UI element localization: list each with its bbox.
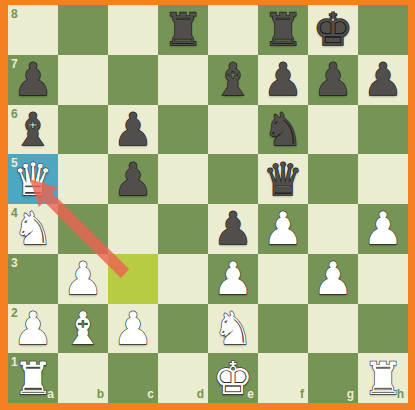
- square-b7[interactable]: [58, 55, 108, 105]
- square-h5[interactable]: [358, 154, 408, 204]
- square-d3[interactable]: [158, 254, 208, 304]
- black-king-g8[interactable]: ♚: [308, 5, 358, 55]
- black-pawn-c5[interactable]: ♟: [108, 154, 158, 204]
- square-h4[interactable]: ♟: [358, 204, 408, 254]
- square-f6[interactable]: ♞: [258, 105, 308, 155]
- black-pawn-h7[interactable]: ♟: [358, 55, 408, 105]
- white-pawn-a2[interactable]: ♟: [8, 304, 58, 354]
- square-f7[interactable]: ♟: [258, 55, 308, 105]
- white-pawn-g3[interactable]: ♟: [308, 254, 358, 304]
- black-pawn-f7[interactable]: ♟: [258, 55, 308, 105]
- square-c8[interactable]: [108, 5, 158, 55]
- square-c3-yellow-green-highlight[interactable]: [108, 254, 158, 304]
- black-knight-f6[interactable]: ♞: [258, 105, 308, 155]
- white-queen-a5[interactable]: ♛: [8, 154, 58, 204]
- square-c6[interactable]: ♟: [108, 105, 158, 155]
- square-e3[interactable]: ♟: [208, 254, 258, 304]
- square-g8[interactable]: ♚: [308, 5, 358, 55]
- square-g6[interactable]: [308, 105, 358, 155]
- square-c7[interactable]: [108, 55, 158, 105]
- square-h8[interactable]: [358, 5, 408, 55]
- square-b2[interactable]: ♝: [58, 304, 108, 354]
- square-e7[interactable]: ♝: [208, 55, 258, 105]
- white-pawn-h4[interactable]: ♟: [358, 204, 408, 254]
- white-pawn-b3[interactable]: ♟: [58, 254, 108, 304]
- square-g4[interactable]: [308, 204, 358, 254]
- white-bishop-b2[interactable]: ♝: [58, 304, 108, 354]
- square-g7[interactable]: ♟: [308, 55, 358, 105]
- file-label-f: f: [300, 388, 304, 400]
- square-a8[interactable]: 8: [8, 5, 58, 55]
- square-f5[interactable]: ♛: [258, 154, 308, 204]
- square-b8[interactable]: [58, 5, 108, 55]
- square-f8[interactable]: ♜: [258, 5, 308, 55]
- square-h6[interactable]: [358, 105, 408, 155]
- square-d1[interactable]: d: [158, 353, 208, 403]
- square-g5[interactable]: [308, 154, 358, 204]
- square-h3[interactable]: [358, 254, 408, 304]
- square-a1[interactable]: 1a♜: [8, 353, 58, 403]
- file-label-d: d: [197, 388, 204, 400]
- black-bishop-a6[interactable]: ♝: [8, 105, 58, 155]
- white-knight-e2[interactable]: ♞: [208, 304, 258, 354]
- white-king-e1[interactable]: ♚: [208, 353, 258, 403]
- square-d7[interactable]: [158, 55, 208, 105]
- square-d8[interactable]: ♜: [158, 5, 208, 55]
- board-frame: 8♜♜♚7♟♝♟♟♟6♝♟♞5♛♟♛4♞♟♟♟3♟♟♟2♟♝♟♞1a♜bcde♚…: [0, 0, 415, 410]
- square-f1[interactable]: f: [258, 353, 308, 403]
- square-a7[interactable]: 7♟: [8, 55, 58, 105]
- square-b1[interactable]: b: [58, 353, 108, 403]
- white-rook-h1[interactable]: ♜: [358, 353, 408, 403]
- black-rook-f8[interactable]: ♜: [258, 5, 308, 55]
- square-d2[interactable]: [158, 304, 208, 354]
- square-e8[interactable]: [208, 5, 258, 55]
- file-label-b: b: [97, 388, 104, 400]
- square-a4[interactable]: 4♞: [8, 204, 58, 254]
- square-c5[interactable]: ♟: [108, 154, 158, 204]
- square-a3[interactable]: 3: [8, 254, 58, 304]
- square-h1[interactable]: h♜: [358, 353, 408, 403]
- square-g3[interactable]: ♟: [308, 254, 358, 304]
- square-e1[interactable]: e♚: [208, 353, 258, 403]
- square-g1[interactable]: g: [308, 353, 358, 403]
- square-e4[interactable]: ♟: [208, 204, 258, 254]
- white-pawn-f4[interactable]: ♟: [258, 204, 308, 254]
- square-e2[interactable]: ♞: [208, 304, 258, 354]
- square-e6[interactable]: [208, 105, 258, 155]
- square-c2[interactable]: ♟: [108, 304, 158, 354]
- square-b3[interactable]: ♟: [58, 254, 108, 304]
- square-e5[interactable]: [208, 154, 258, 204]
- square-h2[interactable]: [358, 304, 408, 354]
- chess-board: 8♜♜♚7♟♝♟♟♟6♝♟♞5♛♟♛4♞♟♟♟3♟♟♟2♟♝♟♞1a♜bcde♚…: [8, 5, 408, 403]
- square-f3[interactable]: [258, 254, 308, 304]
- black-pawn-a7[interactable]: ♟: [8, 55, 58, 105]
- black-pawn-g7[interactable]: ♟: [308, 55, 358, 105]
- white-pawn-e3[interactable]: ♟: [208, 254, 258, 304]
- square-h7[interactable]: ♟: [358, 55, 408, 105]
- black-queen-f5[interactable]: ♛: [258, 154, 308, 204]
- square-b4[interactable]: [58, 204, 108, 254]
- square-a2[interactable]: 2♟: [8, 304, 58, 354]
- white-knight-a4[interactable]: ♞: [8, 204, 58, 254]
- black-rook-d8[interactable]: ♜: [158, 5, 208, 55]
- rank-label-3: 3: [11, 257, 18, 269]
- square-b5[interactable]: [58, 154, 108, 204]
- rank-label-8: 8: [11, 8, 18, 20]
- square-c1[interactable]: c: [108, 353, 158, 403]
- file-label-g: g: [347, 388, 354, 400]
- square-d5[interactable]: [158, 154, 208, 204]
- white-pawn-c2[interactable]: ♟: [108, 304, 158, 354]
- square-d4[interactable]: [158, 204, 208, 254]
- black-bishop-e7[interactable]: ♝: [208, 55, 258, 105]
- black-pawn-e4[interactable]: ♟: [208, 204, 258, 254]
- white-rook-a1[interactable]: ♜: [8, 353, 58, 403]
- square-b6[interactable]: [58, 105, 108, 155]
- square-g2[interactable]: [308, 304, 358, 354]
- square-a6[interactable]: 6♝: [8, 105, 58, 155]
- black-pawn-c6[interactable]: ♟: [108, 105, 158, 155]
- square-f4[interactable]: ♟: [258, 204, 308, 254]
- square-a5-blue-highlight[interactable]: 5♛: [8, 154, 58, 204]
- file-label-c: c: [147, 388, 154, 400]
- square-f2[interactable]: [258, 304, 308, 354]
- square-d6[interactable]: [158, 105, 208, 155]
- square-c4[interactable]: [108, 204, 158, 254]
